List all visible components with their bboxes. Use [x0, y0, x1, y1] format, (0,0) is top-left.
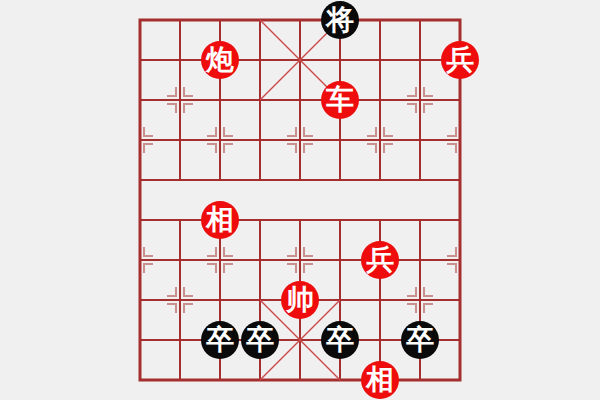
point-f0r4[interactable]: [120, 160, 160, 200]
point-f2r4[interactable]: [200, 160, 240, 200]
point-f8r4[interactable]: [440, 160, 480, 200]
black-soldier[interactable]: 卒: [201, 321, 239, 359]
black-soldier[interactable]: 卒: [321, 321, 359, 359]
point-f3r7[interactable]: [240, 280, 280, 320]
point-f6r6[interactable]: 兵: [360, 240, 400, 280]
point-f7r1[interactable]: [400, 40, 440, 80]
point-f2r5[interactable]: 相: [200, 200, 240, 240]
point-f7r9[interactable]: [400, 360, 440, 400]
point-f4r1[interactable]: [280, 40, 320, 80]
point-f7r8[interactable]: 卒: [400, 320, 440, 360]
point-f2r2[interactable]: [200, 80, 240, 120]
red-soldier[interactable]: 兵: [361, 241, 399, 279]
point-f4r6[interactable]: [280, 240, 320, 280]
red-elephant[interactable]: 相: [361, 361, 399, 399]
point-f3r8[interactable]: 卒: [240, 320, 280, 360]
point-f5r9[interactable]: [320, 360, 360, 400]
point-f5r7[interactable]: [320, 280, 360, 320]
point-f0r9[interactable]: [120, 360, 160, 400]
point-f0r2[interactable]: [120, 80, 160, 120]
point-f2r7[interactable]: [200, 280, 240, 320]
point-f7r3[interactable]: [400, 120, 440, 160]
board-grid: 将炮兵车相兵帅卒卒卒卒相: [120, 0, 480, 400]
point-f1r1[interactable]: [160, 40, 200, 80]
point-f2r8[interactable]: 卒: [200, 320, 240, 360]
point-f6r7[interactable]: [360, 280, 400, 320]
point-f4r4[interactable]: [280, 160, 320, 200]
point-f2r9[interactable]: [200, 360, 240, 400]
point-f1r6[interactable]: [160, 240, 200, 280]
point-f6r8[interactable]: [360, 320, 400, 360]
point-f5r2[interactable]: 车: [320, 80, 360, 120]
point-f0r3[interactable]: [120, 120, 160, 160]
point-f8r0[interactable]: [440, 0, 480, 40]
point-f1r7[interactable]: [160, 280, 200, 320]
point-f8r3[interactable]: [440, 120, 480, 160]
point-f5r5[interactable]: [320, 200, 360, 240]
point-f3r5[interactable]: [240, 200, 280, 240]
red-cannon[interactable]: 炮: [201, 41, 239, 79]
point-f7r6[interactable]: [400, 240, 440, 280]
point-f1r2[interactable]: [160, 80, 200, 120]
point-f3r3[interactable]: [240, 120, 280, 160]
point-f4r3[interactable]: [280, 120, 320, 160]
black-soldier[interactable]: 卒: [241, 321, 279, 359]
point-f6r3[interactable]: [360, 120, 400, 160]
point-f1r0[interactable]: [160, 0, 200, 40]
red-soldier[interactable]: 兵: [441, 41, 479, 79]
point-f0r1[interactable]: [120, 40, 160, 80]
point-f2r6[interactable]: [200, 240, 240, 280]
point-f1r4[interactable]: [160, 160, 200, 200]
point-f7r5[interactable]: [400, 200, 440, 240]
point-f5r3[interactable]: [320, 120, 360, 160]
red-elephant[interactable]: 相: [201, 201, 239, 239]
point-f2r1[interactable]: 炮: [200, 40, 240, 80]
point-f8r6[interactable]: [440, 240, 480, 280]
point-f1r5[interactable]: [160, 200, 200, 240]
point-f4r7[interactable]: 帅: [280, 280, 320, 320]
point-f6r2[interactable]: [360, 80, 400, 120]
point-f0r0[interactable]: [120, 0, 160, 40]
point-f1r8[interactable]: [160, 320, 200, 360]
point-f6r9[interactable]: 相: [360, 360, 400, 400]
point-f5r1[interactable]: [320, 40, 360, 80]
point-f5r4[interactable]: [320, 160, 360, 200]
point-f1r9[interactable]: [160, 360, 200, 400]
point-f6r5[interactable]: [360, 200, 400, 240]
point-f5r8[interactable]: 卒: [320, 320, 360, 360]
black-general[interactable]: 将: [321, 1, 359, 39]
point-f3r0[interactable]: [240, 0, 280, 40]
point-f7r0[interactable]: [400, 0, 440, 40]
point-f8r2[interactable]: [440, 80, 480, 120]
point-f1r3[interactable]: [160, 120, 200, 160]
point-f3r1[interactable]: [240, 40, 280, 80]
point-f7r4[interactable]: [400, 160, 440, 200]
point-f0r5[interactable]: [120, 200, 160, 240]
point-f3r4[interactable]: [240, 160, 280, 200]
point-f5r0[interactable]: 将: [320, 0, 360, 40]
point-f8r7[interactable]: [440, 280, 480, 320]
point-f8r1[interactable]: 兵: [440, 40, 480, 80]
point-f7r2[interactable]: [400, 80, 440, 120]
point-f3r6[interactable]: [240, 240, 280, 280]
point-f7r7[interactable]: [400, 280, 440, 320]
point-f4r5[interactable]: [280, 200, 320, 240]
red-general[interactable]: 帅: [281, 281, 319, 319]
point-f0r6[interactable]: [120, 240, 160, 280]
point-f2r3[interactable]: [200, 120, 240, 160]
point-f0r7[interactable]: [120, 280, 160, 320]
red-chariot[interactable]: 车: [321, 81, 359, 119]
point-f4r8[interactable]: [280, 320, 320, 360]
point-f8r5[interactable]: [440, 200, 480, 240]
point-f3r2[interactable]: [240, 80, 280, 120]
point-f3r9[interactable]: [240, 360, 280, 400]
point-f6r4[interactable]: [360, 160, 400, 200]
black-soldier[interactable]: 卒: [401, 321, 439, 359]
point-f6r1[interactable]: [360, 40, 400, 80]
point-f6r0[interactable]: [360, 0, 400, 40]
point-f4r9[interactable]: [280, 360, 320, 400]
xiangqi-board: 将炮兵车相兵帅卒卒卒卒相: [0, 0, 600, 400]
point-f2r0[interactable]: [200, 0, 240, 40]
point-f8r8[interactable]: [440, 320, 480, 360]
point-f5r6[interactable]: [320, 240, 360, 280]
point-f4r2[interactable]: [280, 80, 320, 120]
point-f0r8[interactable]: [120, 320, 160, 360]
point-f8r9[interactable]: [440, 360, 480, 400]
point-f4r0[interactable]: [280, 0, 320, 40]
